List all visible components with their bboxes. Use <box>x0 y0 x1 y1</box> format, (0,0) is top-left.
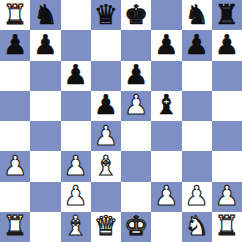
square-c2[interactable]: ♟ <box>61 182 91 212</box>
square-a3[interactable]: ♟ <box>0 151 30 181</box>
black-pawn: ♟ <box>94 91 118 118</box>
black-queen: ♛ <box>94 1 118 28</box>
black-pawn: ♟ <box>154 31 178 58</box>
square-f2[interactable]: ♟ <box>151 182 181 212</box>
square-h5[interactable] <box>212 91 242 121</box>
square-a2[interactable] <box>0 182 30 212</box>
square-f6[interactable] <box>151 61 181 91</box>
square-e1[interactable]: ♚ <box>121 212 151 242</box>
square-e3[interactable] <box>121 151 151 181</box>
square-a5[interactable] <box>0 91 30 121</box>
white-king: ♚ <box>124 212 148 239</box>
white-pawn: ♟ <box>185 182 209 209</box>
black-pawn: ♟ <box>64 61 88 88</box>
square-f8[interactable] <box>151 0 181 30</box>
white-knight: ♞ <box>185 212 209 239</box>
square-a6[interactable] <box>0 61 30 91</box>
square-h8[interactable]: ♜ <box>212 0 242 30</box>
square-b1[interactable] <box>30 212 60 242</box>
square-d2[interactable] <box>91 182 121 212</box>
square-c5[interactable] <box>61 91 91 121</box>
square-f7[interactable]: ♟ <box>151 30 181 60</box>
chess-board: ♜♞♛♚♞♜♟♟♟♟♟♟♟♟♟♝♟♟♟♝♟♟♟♟♜♝♛♚♞♜ <box>0 0 242 242</box>
square-g7[interactable]: ♟ <box>182 30 212 60</box>
white-rook: ♜ <box>215 212 239 239</box>
square-g1[interactable]: ♞ <box>182 212 212 242</box>
square-d3[interactable]: ♝ <box>91 151 121 181</box>
square-c1[interactable]: ♝ <box>61 212 91 242</box>
square-d6[interactable] <box>91 61 121 91</box>
black-pawn: ♟ <box>124 61 148 88</box>
square-f5[interactable]: ♝ <box>151 91 181 121</box>
square-f4[interactable] <box>151 121 181 151</box>
white-bishop: ♝ <box>94 152 118 179</box>
black-king: ♚ <box>124 1 148 28</box>
square-d5[interactable]: ♟ <box>91 91 121 121</box>
square-b5[interactable] <box>30 91 60 121</box>
white-pawn: ♟ <box>94 122 118 149</box>
white-pawn: ♟ <box>64 182 88 209</box>
square-b8[interactable]: ♞ <box>30 0 60 30</box>
black-pawn: ♟ <box>215 31 239 58</box>
black-rook: ♜ <box>215 1 239 28</box>
square-a7[interactable]: ♟ <box>0 30 30 60</box>
square-d4[interactable]: ♟ <box>91 121 121 151</box>
square-d8[interactable]: ♛ <box>91 0 121 30</box>
square-e8[interactable]: ♚ <box>121 0 151 30</box>
square-d7[interactable] <box>91 30 121 60</box>
white-rook: ♜ <box>3 212 27 239</box>
white-pawn: ♟ <box>124 91 148 118</box>
square-c6[interactable]: ♟ <box>61 61 91 91</box>
square-d1[interactable]: ♛ <box>91 212 121 242</box>
black-pawn: ♟ <box>33 31 57 58</box>
black-bishop: ♝ <box>154 91 178 118</box>
square-g6[interactable] <box>182 61 212 91</box>
square-h7[interactable]: ♟ <box>212 30 242 60</box>
black-pawn: ♟ <box>185 31 209 58</box>
white-pawn: ♟ <box>64 152 88 179</box>
square-c4[interactable] <box>61 121 91 151</box>
square-a4[interactable] <box>0 121 30 151</box>
white-pawn: ♟ <box>3 152 27 179</box>
square-g8[interactable]: ♞ <box>182 0 212 30</box>
square-h4[interactable] <box>212 121 242 151</box>
black-knight: ♞ <box>185 1 209 28</box>
white-pawn: ♟ <box>154 182 178 209</box>
square-h2[interactable]: ♟ <box>212 182 242 212</box>
square-g2[interactable]: ♟ <box>182 182 212 212</box>
square-b6[interactable] <box>30 61 60 91</box>
white-pawn: ♟ <box>215 182 239 209</box>
square-h6[interactable] <box>212 61 242 91</box>
square-f3[interactable] <box>151 151 181 181</box>
square-g5[interactable] <box>182 91 212 121</box>
square-h1[interactable]: ♜ <box>212 212 242 242</box>
square-g3[interactable] <box>182 151 212 181</box>
square-f1[interactable] <box>151 212 181 242</box>
black-pawn: ♟ <box>3 31 27 58</box>
square-b7[interactable]: ♟ <box>30 30 60 60</box>
square-g4[interactable] <box>182 121 212 151</box>
square-e6[interactable]: ♟ <box>121 61 151 91</box>
square-c3[interactable]: ♟ <box>61 151 91 181</box>
white-bishop: ♝ <box>64 212 88 239</box>
square-e2[interactable] <box>121 182 151 212</box>
square-h3[interactable] <box>212 151 242 181</box>
square-e5[interactable]: ♟ <box>121 91 151 121</box>
square-c7[interactable] <box>61 30 91 60</box>
white-queen: ♛ <box>94 212 118 239</box>
square-b3[interactable] <box>30 151 60 181</box>
square-a8[interactable]: ♜ <box>0 0 30 30</box>
square-e7[interactable] <box>121 30 151 60</box>
square-b4[interactable] <box>30 121 60 151</box>
white-rook: ♜ <box>3 1 27 28</box>
square-b2[interactable] <box>30 182 60 212</box>
black-knight: ♞ <box>33 1 57 28</box>
square-c8[interactable] <box>61 0 91 30</box>
square-a1[interactable]: ♜ <box>0 212 30 242</box>
square-e4[interactable] <box>121 121 151 151</box>
